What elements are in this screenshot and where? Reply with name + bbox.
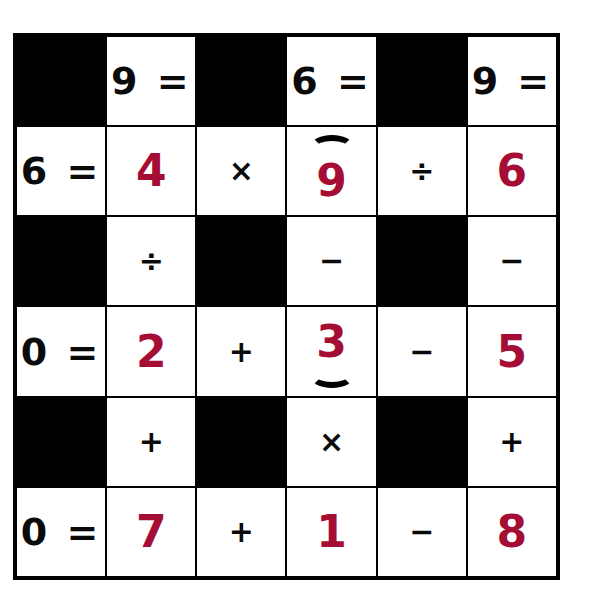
operator-glyph: + (229, 337, 254, 367)
target-label: 0 = (21, 333, 102, 371)
cell-r6c2-value[interactable]: 7 (106, 487, 196, 577)
cell-r1c4-target: 6 = (286, 36, 376, 126)
cell-r1c1-block (16, 36, 106, 126)
digit-glyph: 5 (497, 330, 528, 374)
digit-glyph: 7 (136, 510, 167, 554)
digit-glyph: 4 (136, 149, 167, 193)
cell-r2c5-op: ÷ (377, 126, 467, 216)
cell-r3c6-op: − (467, 216, 557, 306)
cell-r4c5-op: − (377, 306, 467, 396)
cell-r1c5-block (377, 36, 467, 126)
cell-r3c4-op: − (286, 216, 376, 306)
cell-r2c3-op: × (196, 126, 286, 216)
cell-r5c1-block (16, 397, 106, 487)
cell-r4c6-value[interactable]: 5 (467, 306, 557, 396)
target-label: 9 = (111, 62, 192, 100)
operator-glyph: − (409, 517, 434, 547)
cell-r6c5-op: − (377, 487, 467, 577)
cell-r6c1-target: 0 = (16, 487, 106, 577)
cell-r1c6-target: 9 = (467, 36, 557, 126)
operator-glyph: + (229, 517, 254, 547)
target-label: 9 = (472, 62, 553, 100)
cell-r2c6-value[interactable]: 6 (467, 126, 557, 216)
operator-glyph: × (229, 156, 254, 186)
digit-glyph: 8 (497, 510, 528, 554)
cell-r2c2-value[interactable]: 4 (106, 126, 196, 216)
cell-r3c3-block (196, 216, 286, 306)
operator-glyph: + (139, 427, 164, 457)
operator-glyph: + (499, 427, 524, 457)
cell-r6c6-value[interactable]: 8 (467, 487, 557, 577)
digit-glyph: 3 (316, 320, 347, 384)
cell-r4c4-value[interactable]: 3 (286, 306, 376, 396)
operator-glyph: ÷ (409, 156, 434, 186)
operator-glyph: × (319, 427, 344, 457)
digit-glyph: 1 (316, 510, 347, 554)
cell-r4c1-target: 0 = (16, 306, 106, 396)
digit-glyph: 6 (497, 149, 528, 193)
digit-glyph: 9 (316, 139, 347, 203)
cell-r2c1-target: 6 = (16, 126, 106, 216)
target-label: 6 = (21, 152, 102, 190)
cell-r5c3-block (196, 397, 286, 487)
cell-r4c2-value[interactable]: 2 (106, 306, 196, 396)
target-label: 6 = (291, 62, 372, 100)
operator-glyph: − (499, 246, 524, 276)
cell-r4c3-op: + (196, 306, 286, 396)
cell-r2c4-value[interactable]: 9 (286, 126, 376, 216)
cell-r3c5-block (377, 216, 467, 306)
operator-glyph: − (319, 246, 344, 276)
cell-r5c5-block (377, 397, 467, 487)
cell-r3c2-op: ÷ (106, 216, 196, 306)
operator-glyph: ÷ (139, 246, 164, 276)
cell-r6c3-op: + (196, 487, 286, 577)
cell-r5c6-op: + (467, 397, 557, 487)
cell-r5c2-op: + (106, 397, 196, 487)
cell-r1c3-block (196, 36, 286, 126)
cell-r1c2-target: 9 = (106, 36, 196, 126)
digit-glyph: 2 (136, 330, 167, 374)
target-label: 0 = (21, 513, 102, 551)
cell-r6c4-value[interactable]: 1 (286, 487, 376, 577)
cell-r5c4-op: × (286, 397, 376, 487)
cell-r3c1-block (16, 216, 106, 306)
puzzle-grid: 9 =6 =9 =6 =4×9÷6÷−−0 =2+3−5+×+0 =7+1−8 (13, 33, 560, 580)
operator-glyph: − (409, 337, 434, 367)
